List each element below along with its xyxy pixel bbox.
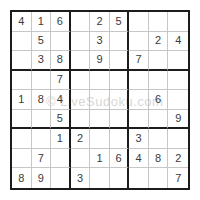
sudoku-cell-empty[interactable] — [110, 32, 130, 52]
sudoku-cell-empty[interactable] — [168, 129, 188, 149]
sudoku-cell-given: 2 — [71, 129, 91, 149]
sudoku-cell-empty[interactable] — [71, 71, 91, 91]
sudoku-cell-empty[interactable] — [149, 110, 169, 130]
sudoku-cell-empty[interactable] — [12, 129, 32, 149]
sudoku-cell-given: 3 — [32, 51, 52, 71]
sudoku-cell-empty[interactable] — [51, 32, 71, 52]
sudoku-cell-empty[interactable] — [129, 90, 149, 110]
sudoku-cell-given: 8 — [32, 90, 52, 110]
sudoku-cell-given: 7 — [129, 51, 149, 71]
sudoku-cell-given: 4 — [129, 149, 149, 169]
sudoku-cell-given: 9 — [90, 51, 110, 71]
sudoku-cell-empty[interactable] — [71, 110, 91, 130]
sudoku-cell-empty[interactable] — [71, 90, 91, 110]
sudoku-cell-given: 9 — [168, 110, 188, 130]
sudoku-cell-empty[interactable] — [110, 110, 130, 130]
sudoku-cell-empty[interactable] — [110, 71, 130, 91]
sudoku-cell-empty[interactable] — [12, 51, 32, 71]
sudoku-cell-given: 4 — [51, 90, 71, 110]
sudoku-cell-given: 2 — [90, 12, 110, 32]
sudoku-cell-given: 6 — [110, 149, 130, 169]
sudoku-cell-given: 7 — [51, 71, 71, 91]
sudoku-cell-empty[interactable] — [110, 90, 130, 110]
sudoku-cell-given: 6 — [149, 90, 169, 110]
sudoku-cell-given: 3 — [71, 168, 91, 188]
sudoku-cell-empty[interactable] — [12, 32, 32, 52]
sudoku-cell-empty[interactable] — [51, 149, 71, 169]
sudoku-cell-empty[interactable] — [71, 32, 91, 52]
sudoku-cell-given: 8 — [51, 51, 71, 71]
sudoku-cell-empty[interactable] — [129, 110, 149, 130]
sudoku-cell-given: 8 — [149, 149, 169, 169]
sudoku-cell-empty[interactable] — [12, 71, 32, 91]
sudoku-cell-empty[interactable] — [71, 12, 91, 32]
sudoku-cell-empty[interactable] — [12, 110, 32, 130]
sudoku-cell-given: 3 — [129, 129, 149, 149]
sudoku-cell-empty[interactable] — [129, 32, 149, 52]
sudoku-cell-empty[interactable] — [71, 51, 91, 71]
sudoku-cell-given: 4 — [12, 12, 32, 32]
sudoku-board: © LiveSudoku.com 41625532438977184659123… — [10, 10, 190, 190]
sudoku-cell-empty[interactable] — [90, 90, 110, 110]
sudoku-cell-empty[interactable] — [129, 12, 149, 32]
sudoku-cell-given: 9 — [32, 168, 52, 188]
sudoku-cell-given: 1 — [32, 12, 52, 32]
sudoku-cell-empty[interactable] — [168, 71, 188, 91]
sudoku-cell-empty[interactable] — [71, 149, 91, 169]
sudoku-cell-empty[interactable] — [149, 71, 169, 91]
sudoku-cell-empty[interactable] — [149, 51, 169, 71]
sudoku-cell-given: 3 — [90, 32, 110, 52]
sudoku-cell-empty[interactable] — [90, 168, 110, 188]
sudoku-cell-empty[interactable] — [90, 71, 110, 91]
sudoku-cell-empty[interactable] — [149, 168, 169, 188]
sudoku-cell-given: 1 — [12, 90, 32, 110]
sudoku-cell-empty[interactable] — [32, 71, 52, 91]
sudoku-cell-empty[interactable] — [168, 51, 188, 71]
sudoku-cell-given: 1 — [51, 129, 71, 149]
sudoku-cell-given: 4 — [168, 32, 188, 52]
sudoku-cell-empty[interactable] — [32, 129, 52, 149]
sudoku-cell-empty[interactable] — [110, 168, 130, 188]
sudoku-cell-empty[interactable] — [110, 51, 130, 71]
sudoku-cell-empty[interactable] — [129, 71, 149, 91]
sudoku-cell-empty[interactable] — [51, 168, 71, 188]
sudoku-cell-empty[interactable] — [168, 12, 188, 32]
sudoku-cell-empty[interactable] — [90, 110, 110, 130]
sudoku-cell-given: 6 — [51, 12, 71, 32]
sudoku-cell-given: 2 — [168, 149, 188, 169]
sudoku-cell-given: 8 — [12, 168, 32, 188]
sudoku-cell-given: 5 — [51, 110, 71, 130]
sudoku-cell-empty[interactable] — [168, 90, 188, 110]
sudoku-cell-empty[interactable] — [32, 110, 52, 130]
sudoku-cell-empty[interactable] — [90, 129, 110, 149]
sudoku-cell-given: 5 — [110, 12, 130, 32]
sudoku-cell-given: 1 — [90, 149, 110, 169]
sudoku-cell-empty[interactable] — [110, 129, 130, 149]
sudoku-cell-empty[interactable] — [149, 12, 169, 32]
sudoku-cell-given: 7 — [168, 168, 188, 188]
sudoku-cell-given: 5 — [32, 32, 52, 52]
sudoku-cell-empty[interactable] — [12, 149, 32, 169]
sudoku-cell-empty[interactable] — [129, 168, 149, 188]
sudoku-cell-given: 2 — [149, 32, 169, 52]
sudoku-cell-given: 7 — [32, 149, 52, 169]
sudoku-cell-empty[interactable] — [149, 129, 169, 149]
